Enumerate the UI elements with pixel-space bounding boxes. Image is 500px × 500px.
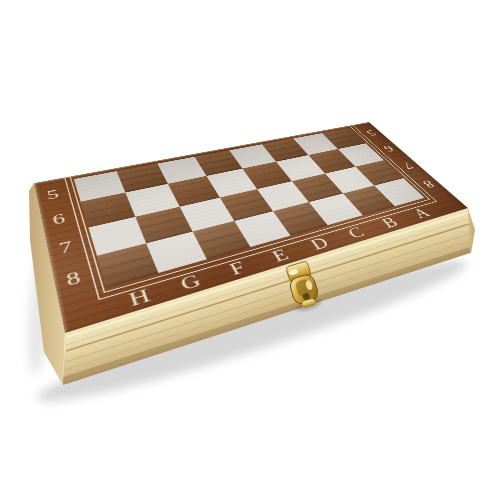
- coord-left-labels-3: 8: [51, 258, 96, 301]
- photo-scene: 5678 5678 HGFEDCBA: [0, 0, 500, 500]
